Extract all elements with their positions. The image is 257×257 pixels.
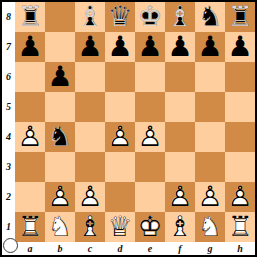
white-piece-outline-icon: ♗ [75, 212, 105, 242]
square-c1[interactable]: ♝♗ [75, 212, 105, 242]
black-pawn-icon: ♟ [165, 32, 195, 62]
square-g8[interactable]: ♞♘ [195, 2, 225, 32]
square-a5[interactable] [15, 92, 45, 122]
square-c8[interactable]: ♝♗ [75, 2, 105, 32]
square-f3[interactable] [165, 152, 195, 182]
square-h8[interactable]: ♜♖ [225, 2, 255, 32]
square-h6[interactable] [225, 62, 255, 92]
square-h3[interactable] [225, 152, 255, 182]
square-e4[interactable]: ♟♙ [135, 122, 165, 152]
square-d5[interactable] [105, 92, 135, 122]
black-piece-outline-icon: ♘ [195, 2, 225, 32]
square-b3[interactable] [45, 152, 75, 182]
black-bishop-icon: ♝ [75, 2, 105, 32]
black-piece-outline-icon: ♗ [75, 2, 105, 32]
square-e7[interactable]: ♟ [135, 32, 165, 62]
black-piece-outline-icon: ♖ [225, 2, 255, 32]
rank-label-6: 6 [2, 62, 15, 92]
file-label-h: h [225, 242, 255, 255]
file-label-f: f [165, 242, 195, 255]
square-h4[interactable] [225, 122, 255, 152]
square-d1[interactable]: ♛♕ [105, 212, 135, 242]
square-a8[interactable]: ♜♖ [15, 2, 45, 32]
rank-label-7: 7 [2, 32, 15, 62]
white-rook-icon: ♜ [225, 212, 255, 242]
square-g6[interactable] [195, 62, 225, 92]
black-rook-icon: ♜ [225, 2, 255, 32]
black-rook-icon: ♜ [15, 2, 45, 32]
white-queen-icon: ♛ [105, 212, 135, 242]
white-piece-outline-icon: ♘ [45, 212, 75, 242]
file-label-a: a [15, 242, 45, 255]
white-rook-icon: ♜ [15, 212, 45, 242]
square-a3[interactable] [15, 152, 45, 182]
white-piece-outline-icon: ♙ [45, 182, 75, 212]
black-knight-icon: ♞ [45, 122, 75, 152]
rank-label-3: 3 [2, 152, 15, 182]
square-d6[interactable] [105, 62, 135, 92]
square-d4[interactable]: ♟♙ [105, 122, 135, 152]
file-label-c: c [75, 242, 105, 255]
black-piece-outline-icon: ♕ [105, 2, 135, 32]
black-piece-outline-icon: ♖ [15, 2, 45, 32]
square-c6[interactable] [75, 62, 105, 92]
square-h7[interactable]: ♟ [225, 32, 255, 62]
square-d7[interactable]: ♟ [105, 32, 135, 62]
square-c3[interactable] [75, 152, 105, 182]
white-pawn-icon: ♟ [45, 182, 75, 212]
chess-board: ♜♖♝♗♛♕♚♔♝♗♞♘♜♖♟♟♟♟♟♟♟♟♟♙♞♘♟♙♟♙♟♙♟♙♟♙♟♙♟♙… [15, 2, 255, 242]
black-pawn-icon: ♟ [225, 32, 255, 62]
black-pawn-icon: ♟ [75, 32, 105, 62]
black-bishop-icon: ♝ [165, 2, 195, 32]
square-d8[interactable]: ♛♕ [105, 2, 135, 32]
square-f2[interactable]: ♟♙ [165, 182, 195, 212]
white-pawn-icon: ♟ [195, 182, 225, 212]
square-b2[interactable]: ♟♙ [45, 182, 75, 212]
file-label-b: b [45, 242, 75, 255]
white-king-icon: ♚ [135, 212, 165, 242]
square-f1[interactable]: ♝♗ [165, 212, 195, 242]
white-piece-outline-icon: ♙ [15, 122, 45, 152]
square-b5[interactable] [45, 92, 75, 122]
square-c2[interactable]: ♟♙ [75, 182, 105, 212]
square-g4[interactable] [195, 122, 225, 152]
white-piece-outline-icon: ♙ [225, 182, 255, 212]
chess-diagram: 87654321 ♜♖♝♗♛♕♚♔♝♗♞♘♜♖♟♟♟♟♟♟♟♟♟♙♞♘♟♙♟♙♟… [0, 0, 257, 257]
square-e8[interactable]: ♚♔ [135, 2, 165, 32]
square-a6[interactable] [15, 62, 45, 92]
white-bishop-icon: ♝ [75, 212, 105, 242]
white-piece-outline-icon: ♙ [135, 122, 165, 152]
white-piece-outline-icon: ♙ [165, 182, 195, 212]
square-h2[interactable]: ♟♙ [225, 182, 255, 212]
square-b6[interactable]: ♟ [45, 62, 75, 92]
white-piece-outline-icon: ♙ [75, 182, 105, 212]
square-c4[interactable] [75, 122, 105, 152]
square-e5[interactable] [135, 92, 165, 122]
square-f7[interactable]: ♟ [165, 32, 195, 62]
white-bishop-icon: ♝ [165, 212, 195, 242]
white-pawn-icon: ♟ [225, 182, 255, 212]
square-g5[interactable] [195, 92, 225, 122]
white-piece-outline-icon: ♖ [15, 212, 45, 242]
square-d3[interactable] [105, 152, 135, 182]
square-e6[interactable] [135, 62, 165, 92]
square-e1[interactable]: ♚♔ [135, 212, 165, 242]
black-pawn-icon: ♟ [15, 32, 45, 62]
square-a2[interactable] [15, 182, 45, 212]
white-pawn-icon: ♟ [15, 122, 45, 152]
square-b1[interactable]: ♞♘ [45, 212, 75, 242]
square-f4[interactable] [165, 122, 195, 152]
black-knight-icon: ♞ [195, 2, 225, 32]
white-pawn-icon: ♟ [75, 182, 105, 212]
rank-labels: 87654321 [2, 2, 15, 242]
rank-label-4: 4 [2, 122, 15, 152]
white-to-move-indicator [3, 238, 18, 253]
file-label-g: g [195, 242, 225, 255]
black-piece-outline-icon: ♘ [45, 122, 75, 152]
square-a1[interactable]: ♜♖ [15, 212, 45, 242]
white-knight-icon: ♞ [45, 212, 75, 242]
square-f8[interactable]: ♝♗ [165, 2, 195, 32]
square-a4[interactable]: ♟♙ [15, 122, 45, 152]
square-e3[interactable] [135, 152, 165, 182]
black-king-icon: ♚ [135, 2, 165, 32]
black-queen-icon: ♛ [105, 2, 135, 32]
white-piece-outline-icon: ♗ [165, 212, 195, 242]
square-c7[interactable]: ♟ [75, 32, 105, 62]
square-h5[interactable] [225, 92, 255, 122]
square-c5[interactable] [75, 92, 105, 122]
file-label-d: d [105, 242, 135, 255]
white-piece-outline-icon: ♕ [105, 212, 135, 242]
black-pawn-icon: ♟ [135, 32, 165, 62]
black-pawn-icon: ♟ [45, 62, 75, 92]
rank-label-8: 8 [2, 2, 15, 32]
square-b8[interactable] [45, 2, 75, 32]
square-b7[interactable] [45, 32, 75, 62]
square-g3[interactable] [195, 152, 225, 182]
black-piece-outline-icon: ♗ [165, 2, 195, 32]
white-piece-outline-icon: ♙ [105, 122, 135, 152]
white-pawn-icon: ♟ [165, 182, 195, 212]
rank-label-5: 5 [2, 92, 15, 122]
file-labels: abcdefgh [15, 242, 255, 255]
square-d2[interactable] [105, 182, 135, 212]
white-pawn-icon: ♟ [135, 122, 165, 152]
square-e2[interactable] [135, 182, 165, 212]
square-g1[interactable]: ♞♘ [195, 212, 225, 242]
square-h1[interactable]: ♜♖ [225, 212, 255, 242]
white-pawn-icon: ♟ [105, 122, 135, 152]
black-pawn-icon: ♟ [195, 32, 225, 62]
square-g2[interactable]: ♟♙ [195, 182, 225, 212]
white-piece-outline-icon: ♙ [195, 182, 225, 212]
square-g7[interactable]: ♟ [195, 32, 225, 62]
file-label-e: e [135, 242, 165, 255]
square-f5[interactable] [165, 92, 195, 122]
square-b4[interactable]: ♞♘ [45, 122, 75, 152]
square-a7[interactable]: ♟ [15, 32, 45, 62]
white-piece-outline-icon: ♘ [195, 212, 225, 242]
square-f6[interactable] [165, 62, 195, 92]
white-piece-outline-icon: ♔ [135, 212, 165, 242]
rank-label-2: 2 [2, 182, 15, 212]
black-piece-outline-icon: ♔ [135, 2, 165, 32]
white-knight-icon: ♞ [195, 212, 225, 242]
white-piece-outline-icon: ♖ [225, 212, 255, 242]
black-pawn-icon: ♟ [105, 32, 135, 62]
